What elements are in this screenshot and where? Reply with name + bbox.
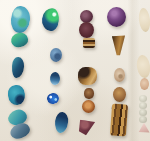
- gem-green-navy-teardrop: [40, 7, 60, 32]
- gem-brown-trapezoid: [111, 35, 126, 56]
- gem-banded-brown-square: [83, 38, 95, 48]
- gem-golden-brown-oval: [113, 87, 126, 102]
- gem-teal-teardrop: [7, 84, 26, 105]
- gem-maroon-triangle: [76, 116, 97, 136]
- gem-bead-2: [139, 102, 147, 109]
- gem-bead-1: [139, 95, 147, 102]
- gem-maroon-stack-bottom: [79, 22, 94, 38]
- gem-dark-blue-oval: [54, 111, 69, 133]
- gem-blue-comma: [49, 71, 61, 85]
- gem-bead-3: [139, 109, 147, 116]
- gem-pale-pink-triangle: [138, 122, 150, 134]
- gem-small-brown-oval: [84, 88, 94, 99]
- gemstone-photo: [0, 0, 150, 141]
- gem-faint-cream-top: [138, 7, 150, 32]
- gem-blue-opal-large: [10, 5, 31, 34]
- gem-tan-speckled-oval: [114, 68, 125, 82]
- gem-tiger-eye-square: [78, 67, 97, 85]
- gem-bright-blue-faceted: [46, 92, 60, 106]
- gem-dark-blue-teardrop: [11, 57, 24, 79]
- gem-small-slate-blue-oval: [50, 48, 62, 62]
- gem-banded-rectangle: [110, 103, 128, 136]
- gem-purple-sphere: [107, 7, 126, 27]
- gem-bead-4: [139, 116, 147, 123]
- gem-faint-cream-mid: [135, 54, 150, 79]
- gem-pale-peach-oval: [140, 78, 149, 90]
- gem-green-opal: [10, 31, 30, 48]
- gem-orange-round: [82, 100, 95, 113]
